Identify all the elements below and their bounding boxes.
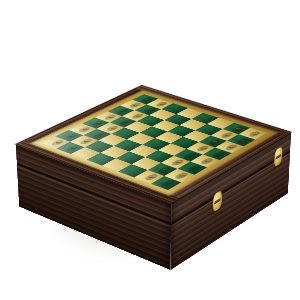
brass-latch-right <box>274 146 283 168</box>
chess-set-photo: ♜♞♝♛♚♝♞♜♟♟♟♟♟♟♟♟♟♟♟♟♟♟♟♟♜♞♝♛♚♝♞♜ <box>0 0 300 300</box>
latch-slot <box>276 154 282 160</box>
piece-glyph: ♟ <box>50 125 91 145</box>
latch-slot <box>214 198 220 205</box>
box-lid-top: ♜♞♝♛♚♝♞♜♟♟♟♟♟♟♟♟♟♟♟♟♟♟♟♟♜♞♝♛♚♝♞♜ <box>16 85 292 203</box>
brass-latch-left <box>213 190 222 213</box>
piece-glyph: ♜ <box>145 155 188 181</box>
